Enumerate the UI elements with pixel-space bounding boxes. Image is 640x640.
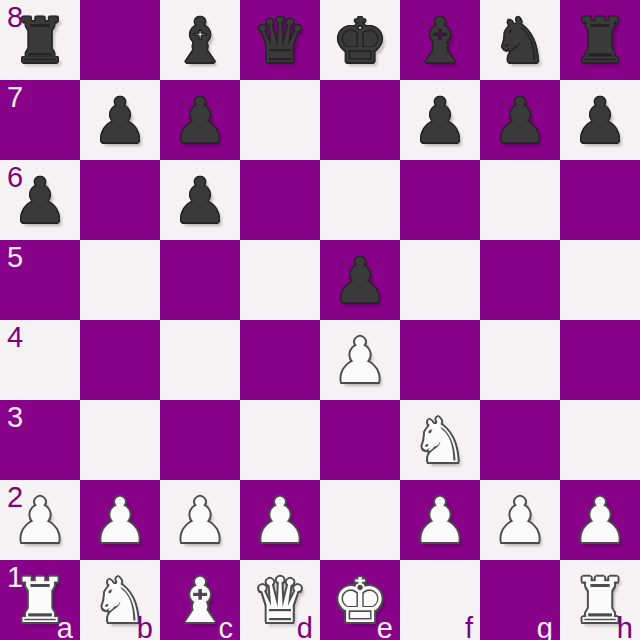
piece-white-pawn[interactable]: ♟: [92, 481, 148, 561]
square-g4[interactable]: [480, 320, 560, 400]
square-f5[interactable]: [400, 240, 480, 320]
piece-black-pawn[interactable]: ♟: [12, 161, 68, 241]
piece-black-pawn[interactable]: ♟: [412, 81, 468, 161]
square-g1[interactable]: g: [480, 560, 560, 640]
square-a2[interactable]: ♟2: [0, 480, 80, 560]
rank-label-3: 3: [7, 403, 23, 432]
piece-black-bishop[interactable]: ♝: [412, 1, 468, 81]
square-c7[interactable]: ♟: [160, 80, 240, 160]
piece-black-rook[interactable]: ♜: [12, 1, 68, 81]
square-h2[interactable]: ♟: [560, 480, 640, 560]
piece-black-rook[interactable]: ♜: [572, 1, 628, 81]
square-d2[interactable]: ♟: [240, 480, 320, 560]
piece-white-rook[interactable]: ♜: [572, 561, 628, 640]
square-f4[interactable]: [400, 320, 480, 400]
square-f2[interactable]: ♟: [400, 480, 480, 560]
piece-black-pawn[interactable]: ♟: [92, 81, 148, 161]
chess-board: ♜8♝♛♚♝♞♜7♟♟♟♟♟♟6♟5♟4♟3♞♟2♟♟♟♟♟♟♜1a♞b♝c♛d…: [0, 0, 640, 640]
square-e7[interactable]: [320, 80, 400, 160]
square-e4[interactable]: ♟: [320, 320, 400, 400]
square-b8[interactable]: [80, 0, 160, 80]
square-e8[interactable]: ♚: [320, 0, 400, 80]
square-b2[interactable]: ♟: [80, 480, 160, 560]
piece-black-pawn[interactable]: ♟: [492, 81, 548, 161]
piece-white-pawn[interactable]: ♟: [332, 321, 388, 401]
square-h5[interactable]: [560, 240, 640, 320]
square-c1[interactable]: ♝c: [160, 560, 240, 640]
piece-white-knight[interactable]: ♞: [412, 401, 468, 481]
piece-black-pawn[interactable]: ♟: [572, 81, 628, 161]
square-e5[interactable]: ♟: [320, 240, 400, 320]
square-d1[interactable]: ♛d: [240, 560, 320, 640]
square-e6[interactable]: [320, 160, 400, 240]
piece-black-queen[interactable]: ♛: [252, 1, 308, 81]
square-a1[interactable]: ♜1a: [0, 560, 80, 640]
piece-white-pawn[interactable]: ♟: [12, 481, 68, 561]
square-e1[interactable]: ♚e: [320, 560, 400, 640]
square-b3[interactable]: [80, 400, 160, 480]
piece-black-knight[interactable]: ♞: [492, 1, 548, 81]
square-b5[interactable]: [80, 240, 160, 320]
square-a8[interactable]: ♜8: [0, 0, 80, 80]
file-label-f: f: [465, 614, 473, 640]
square-a7[interactable]: 7: [0, 80, 80, 160]
piece-black-bishop[interactable]: ♝: [172, 1, 228, 81]
piece-white-bishop[interactable]: ♝: [172, 561, 228, 640]
square-a4[interactable]: 4: [0, 320, 80, 400]
square-d4[interactable]: [240, 320, 320, 400]
square-g5[interactable]: [480, 240, 560, 320]
square-h1[interactable]: ♜h: [560, 560, 640, 640]
piece-white-pawn[interactable]: ♟: [572, 481, 628, 561]
square-h7[interactable]: ♟: [560, 80, 640, 160]
square-f1[interactable]: f: [400, 560, 480, 640]
square-f6[interactable]: [400, 160, 480, 240]
square-e3[interactable]: [320, 400, 400, 480]
square-b7[interactable]: ♟: [80, 80, 160, 160]
square-e2[interactable]: [320, 480, 400, 560]
chess-board-container: ♜8♝♛♚♝♞♜7♟♟♟♟♟♟6♟5♟4♟3♞♟2♟♟♟♟♟♟♜1a♞b♝c♛d…: [0, 0, 640, 640]
square-b1[interactable]: ♞b: [80, 560, 160, 640]
square-d3[interactable]: [240, 400, 320, 480]
square-c2[interactable]: ♟: [160, 480, 240, 560]
rank-label-7: 7: [7, 83, 23, 112]
square-f3[interactable]: ♞: [400, 400, 480, 480]
square-d6[interactable]: [240, 160, 320, 240]
piece-white-pawn[interactable]: ♟: [492, 481, 548, 561]
square-a5[interactable]: 5: [0, 240, 80, 320]
piece-white-knight[interactable]: ♞: [92, 561, 148, 640]
square-g6[interactable]: [480, 160, 560, 240]
square-g8[interactable]: ♞: [480, 0, 560, 80]
piece-white-rook[interactable]: ♜: [12, 561, 68, 640]
square-h6[interactable]: [560, 160, 640, 240]
square-b6[interactable]: [80, 160, 160, 240]
square-d5[interactable]: [240, 240, 320, 320]
piece-black-pawn[interactable]: ♟: [332, 241, 388, 321]
square-g2[interactable]: ♟: [480, 480, 560, 560]
square-c6[interactable]: ♟: [160, 160, 240, 240]
piece-white-pawn[interactable]: ♟: [252, 481, 308, 561]
rank-label-4: 4: [7, 323, 23, 352]
rank-label-5: 5: [7, 243, 23, 272]
square-c5[interactable]: [160, 240, 240, 320]
piece-black-pawn[interactable]: ♟: [172, 81, 228, 161]
piece-white-queen[interactable]: ♛: [252, 561, 308, 640]
piece-white-pawn[interactable]: ♟: [172, 481, 228, 561]
square-f8[interactable]: ♝: [400, 0, 480, 80]
square-c4[interactable]: [160, 320, 240, 400]
square-b4[interactable]: [80, 320, 160, 400]
square-d7[interactable]: [240, 80, 320, 160]
square-a3[interactable]: 3: [0, 400, 80, 480]
square-d8[interactable]: ♛: [240, 0, 320, 80]
square-h8[interactable]: ♜: [560, 0, 640, 80]
square-g7[interactable]: ♟: [480, 80, 560, 160]
piece-white-pawn[interactable]: ♟: [412, 481, 468, 561]
square-g3[interactable]: [480, 400, 560, 480]
square-h4[interactable]: [560, 320, 640, 400]
square-h3[interactable]: [560, 400, 640, 480]
piece-black-pawn[interactable]: ♟: [172, 161, 228, 241]
square-c3[interactable]: [160, 400, 240, 480]
file-label-g: g: [537, 614, 553, 640]
piece-black-king[interactable]: ♚: [332, 1, 388, 81]
piece-white-king[interactable]: ♚: [332, 561, 388, 640]
square-f7[interactable]: ♟: [400, 80, 480, 160]
square-c8[interactable]: ♝: [160, 0, 240, 80]
square-a6[interactable]: ♟6: [0, 160, 80, 240]
